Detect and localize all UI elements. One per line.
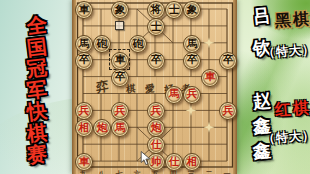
- piece-black-soldier[interactable]: 卒: [183, 52, 201, 70]
- piece-black-soldier[interactable]: 卒: [111, 69, 129, 87]
- red-side-label: 红棋: [274, 98, 310, 121]
- file-label: 八: [98, 169, 105, 174]
- river-text-char: 棋: [126, 82, 136, 97]
- piece-red-chariot[interactable]: 車: [75, 153, 93, 171]
- mouse-cursor-icon: [140, 151, 151, 170]
- piece-black-horse[interactable]: 馬: [75, 35, 93, 53]
- piece-black-general[interactable]: 将: [147, 1, 165, 19]
- piece-black-advisor[interactable]: 士: [165, 1, 183, 19]
- piece-black-cannon[interactable]: 砲: [93, 35, 111, 53]
- piece-black-elephant[interactable]: 象: [111, 1, 129, 19]
- piece-red-chariot[interactable]: 車: [201, 69, 219, 87]
- banner-char: 赛: [23, 142, 52, 168]
- river-text-char: 弈: [96, 78, 109, 97]
- file-label: 一: [224, 169, 231, 174]
- piece-black-soldier[interactable]: 卒: [219, 52, 237, 70]
- river-text-char: 愛: [145, 82, 155, 97]
- file-label: 二: [206, 169, 213, 174]
- piece-red-horse[interactable]: 馬: [165, 86, 183, 104]
- app-window: 全国冠军快棋赛 弈棋愛好者 九八七六五四三二一 車象将士象士馬砲砲馬卒車卒卒卒卒…: [0, 0, 310, 174]
- piece-black-chariot[interactable]: 車: [75, 1, 93, 19]
- piece-black-chariot[interactable]: 車: [111, 52, 129, 70]
- piece-black-elephant[interactable]: 象: [183, 1, 201, 19]
- xiangqi-board[interactable]: 弈棋愛好者 九八七六五四三二一 車象将士象士馬砲砲馬卒車卒卒卒卒車馬兵兵兵兵兵相…: [72, 0, 237, 174]
- red-player-title: （特大）: [262, 127, 310, 148]
- file-label: 七: [116, 169, 123, 174]
- piece-black-cannon[interactable]: 砲: [129, 35, 147, 53]
- piece-red-advisor[interactable]: 仕: [165, 153, 183, 171]
- black-side-label: 黑棋: [274, 9, 310, 32]
- piece-red-soldier[interactable]: 兵: [183, 86, 201, 104]
- player-name-char: 吕: [248, 6, 276, 32]
- piece-black-soldier[interactable]: 卒: [75, 52, 93, 70]
- black-player-title: （特大）: [262, 41, 310, 62]
- piece-black-soldier[interactable]: 卒: [147, 52, 165, 70]
- last-move-from-marker: [115, 21, 124, 30]
- piece-black-horse[interactable]: 馬: [183, 35, 201, 53]
- player-name-char: 赵: [248, 91, 276, 117]
- piece-red-elephant[interactable]: 相: [183, 153, 201, 171]
- piece-black-advisor[interactable]: 士: [147, 18, 165, 36]
